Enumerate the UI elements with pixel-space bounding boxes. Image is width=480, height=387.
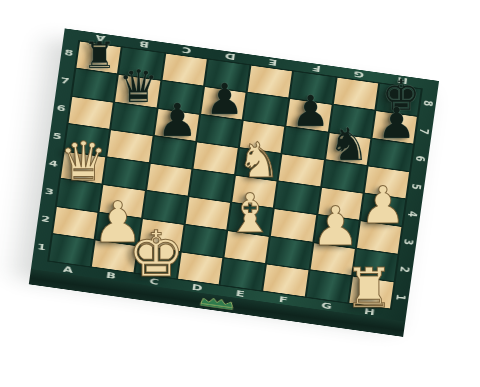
white-queen-a4[interactable]: ♛ bbox=[48, 135, 118, 189]
square-f1[interactable] bbox=[263, 264, 308, 296]
white-pawn-g3[interactable]: ♟ bbox=[301, 200, 371, 254]
black-knight-g6[interactable]: ♞ bbox=[314, 122, 384, 168]
white-rook-h1[interactable]: ♜ bbox=[334, 261, 404, 316]
white-bishop-e3[interactable]: ♝ bbox=[215, 187, 285, 241]
square-c4[interactable] bbox=[147, 164, 192, 196]
product-photo-chess-set: ABCDEFGH ABCDEFGH 87654321 87654321 ♜♚♛♟… bbox=[0, 0, 480, 387]
white-knight-e5[interactable]: ♞ bbox=[224, 136, 294, 185]
white-king-c1[interactable]: ♚ bbox=[121, 223, 191, 287]
brand-crown-logo bbox=[196, 295, 237, 311]
black-pawn-c6[interactable]: ♟ bbox=[142, 98, 212, 144]
square-e1[interactable] bbox=[221, 258, 266, 290]
